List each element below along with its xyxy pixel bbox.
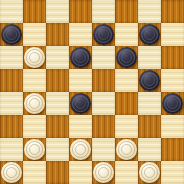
square-a8	[0, 0, 23, 23]
square-d3	[69, 115, 92, 138]
square-h5	[161, 69, 184, 92]
square-c8	[46, 0, 69, 23]
square-c3[interactable]	[46, 115, 69, 138]
square-c6	[46, 46, 69, 69]
square-f6[interactable]	[115, 46, 138, 69]
piece-inner-ring	[6, 29, 17, 40]
square-b1	[23, 161, 46, 184]
square-g8	[138, 0, 161, 23]
black-man-g7[interactable]	[139, 24, 160, 45]
square-a3[interactable]	[0, 115, 23, 138]
square-b4[interactable]	[23, 92, 46, 115]
square-b2[interactable]	[23, 138, 46, 161]
white-man-g1[interactable]	[139, 162, 160, 183]
square-a2	[0, 138, 23, 161]
square-e7[interactable]	[92, 23, 115, 46]
piece-inner-ring	[29, 144, 40, 155]
square-f4[interactable]	[115, 92, 138, 115]
square-a7[interactable]	[0, 23, 23, 46]
square-g2	[138, 138, 161, 161]
piece-inner-ring	[144, 167, 155, 178]
square-b6[interactable]	[23, 46, 46, 69]
square-d5	[69, 69, 92, 92]
piece-inner-ring	[98, 29, 109, 40]
square-c5[interactable]	[46, 69, 69, 92]
square-d1	[69, 161, 92, 184]
square-d7	[69, 23, 92, 46]
black-man-a7[interactable]	[1, 24, 22, 45]
square-f5	[115, 69, 138, 92]
square-h8[interactable]	[161, 0, 184, 23]
square-f2[interactable]	[115, 138, 138, 161]
black-man-g5[interactable]	[139, 70, 160, 91]
black-man-d4[interactable]	[70, 93, 91, 114]
white-man-b6[interactable]	[24, 47, 45, 68]
black-man-h4[interactable]	[162, 93, 183, 114]
square-a5[interactable]	[0, 69, 23, 92]
square-h7	[161, 23, 184, 46]
square-h6[interactable]	[161, 46, 184, 69]
black-man-f6[interactable]	[116, 47, 137, 68]
square-h1	[161, 161, 184, 184]
square-e4	[92, 92, 115, 115]
square-a1[interactable]	[0, 161, 23, 184]
square-e8	[92, 0, 115, 23]
square-d8[interactable]	[69, 0, 92, 23]
black-man-e7[interactable]	[93, 24, 114, 45]
square-a6	[0, 46, 23, 69]
white-man-f2[interactable]	[116, 139, 137, 160]
black-man-d6[interactable]	[70, 47, 91, 68]
square-h2[interactable]	[161, 138, 184, 161]
piece-inner-ring	[29, 98, 40, 109]
piece-inner-ring	[75, 98, 86, 109]
white-man-a1[interactable]	[1, 162, 22, 183]
square-e5[interactable]	[92, 69, 115, 92]
square-d6[interactable]	[69, 46, 92, 69]
square-c1[interactable]	[46, 161, 69, 184]
square-h3	[161, 115, 184, 138]
square-b5	[23, 69, 46, 92]
square-d2[interactable]	[69, 138, 92, 161]
square-h4[interactable]	[161, 92, 184, 115]
square-c4	[46, 92, 69, 115]
piece-inner-ring	[144, 29, 155, 40]
square-g4	[138, 92, 161, 115]
piece-inner-ring	[6, 167, 17, 178]
square-d4[interactable]	[69, 92, 92, 115]
square-f3	[115, 115, 138, 138]
piece-inner-ring	[144, 75, 155, 86]
square-b7	[23, 23, 46, 46]
piece-inner-ring	[167, 98, 178, 109]
piece-inner-ring	[121, 144, 132, 155]
square-e1[interactable]	[92, 161, 115, 184]
white-man-d2[interactable]	[70, 139, 91, 160]
piece-inner-ring	[75, 144, 86, 155]
square-g5[interactable]	[138, 69, 161, 92]
square-f8[interactable]	[115, 0, 138, 23]
white-man-b2[interactable]	[24, 139, 45, 160]
square-g3[interactable]	[138, 115, 161, 138]
square-g6	[138, 46, 161, 69]
checkers-board	[0, 0, 184, 184]
piece-inner-ring	[98, 167, 109, 178]
piece-inner-ring	[121, 52, 132, 63]
square-g7[interactable]	[138, 23, 161, 46]
square-g1[interactable]	[138, 161, 161, 184]
piece-inner-ring	[29, 52, 40, 63]
square-e6	[92, 46, 115, 69]
square-b3	[23, 115, 46, 138]
square-a4	[0, 92, 23, 115]
square-c7[interactable]	[46, 23, 69, 46]
piece-inner-ring	[75, 52, 86, 63]
square-f7	[115, 23, 138, 46]
square-e3[interactable]	[92, 115, 115, 138]
white-man-b4[interactable]	[24, 93, 45, 114]
square-c2	[46, 138, 69, 161]
white-man-e1[interactable]	[93, 162, 114, 183]
square-e2	[92, 138, 115, 161]
square-f1	[115, 161, 138, 184]
square-b8[interactable]	[23, 0, 46, 23]
